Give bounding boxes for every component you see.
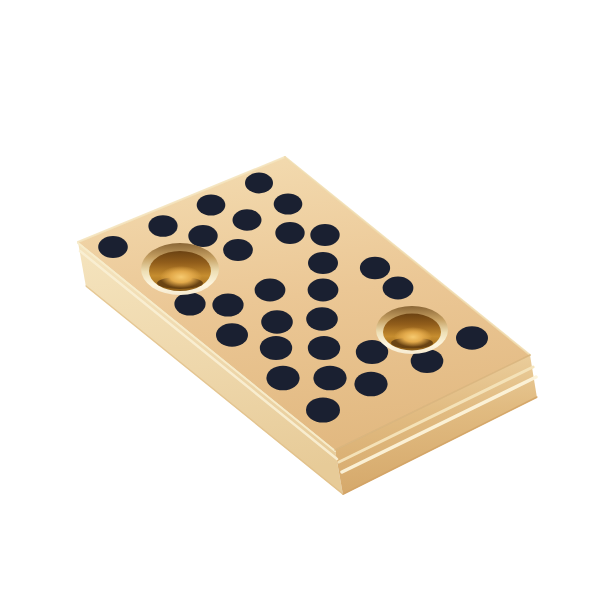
graphite-plug xyxy=(360,257,390,279)
graphite-plug xyxy=(306,397,340,422)
graphite-plug xyxy=(313,366,346,391)
graphite-plug xyxy=(261,310,293,333)
graphite-plug xyxy=(275,222,304,244)
graphite-plug xyxy=(174,293,205,316)
graphite-plug xyxy=(306,307,338,330)
graphite-plug xyxy=(188,225,217,247)
graphite-plug xyxy=(148,215,177,237)
graphite-plug xyxy=(245,173,273,194)
graphite-plug xyxy=(308,279,339,302)
graphite-plug xyxy=(266,366,299,391)
product-photo-canvas xyxy=(0,0,600,600)
hole-highlight xyxy=(160,266,202,288)
graphite-plug xyxy=(216,323,248,347)
graphite-plug xyxy=(212,294,243,317)
graphite-plug xyxy=(310,224,339,246)
graphite-plug xyxy=(308,252,338,274)
graphite-plug xyxy=(98,236,128,258)
graphite-plug xyxy=(223,239,253,261)
graphite-plug xyxy=(308,336,340,360)
wear-plate-photo xyxy=(0,0,600,600)
graphite-plug xyxy=(255,279,286,302)
mounting-hole-left xyxy=(141,243,219,295)
graphite-plug xyxy=(260,336,292,360)
mounting-hole-right xyxy=(376,306,448,354)
hole-highlight xyxy=(394,327,432,347)
graphite-plug xyxy=(233,209,262,230)
graphite-plug xyxy=(456,326,488,350)
graphite-plug xyxy=(274,193,303,214)
graphite-plug xyxy=(354,372,387,397)
graphite-plug xyxy=(383,277,414,300)
graphite-plug xyxy=(197,194,226,215)
